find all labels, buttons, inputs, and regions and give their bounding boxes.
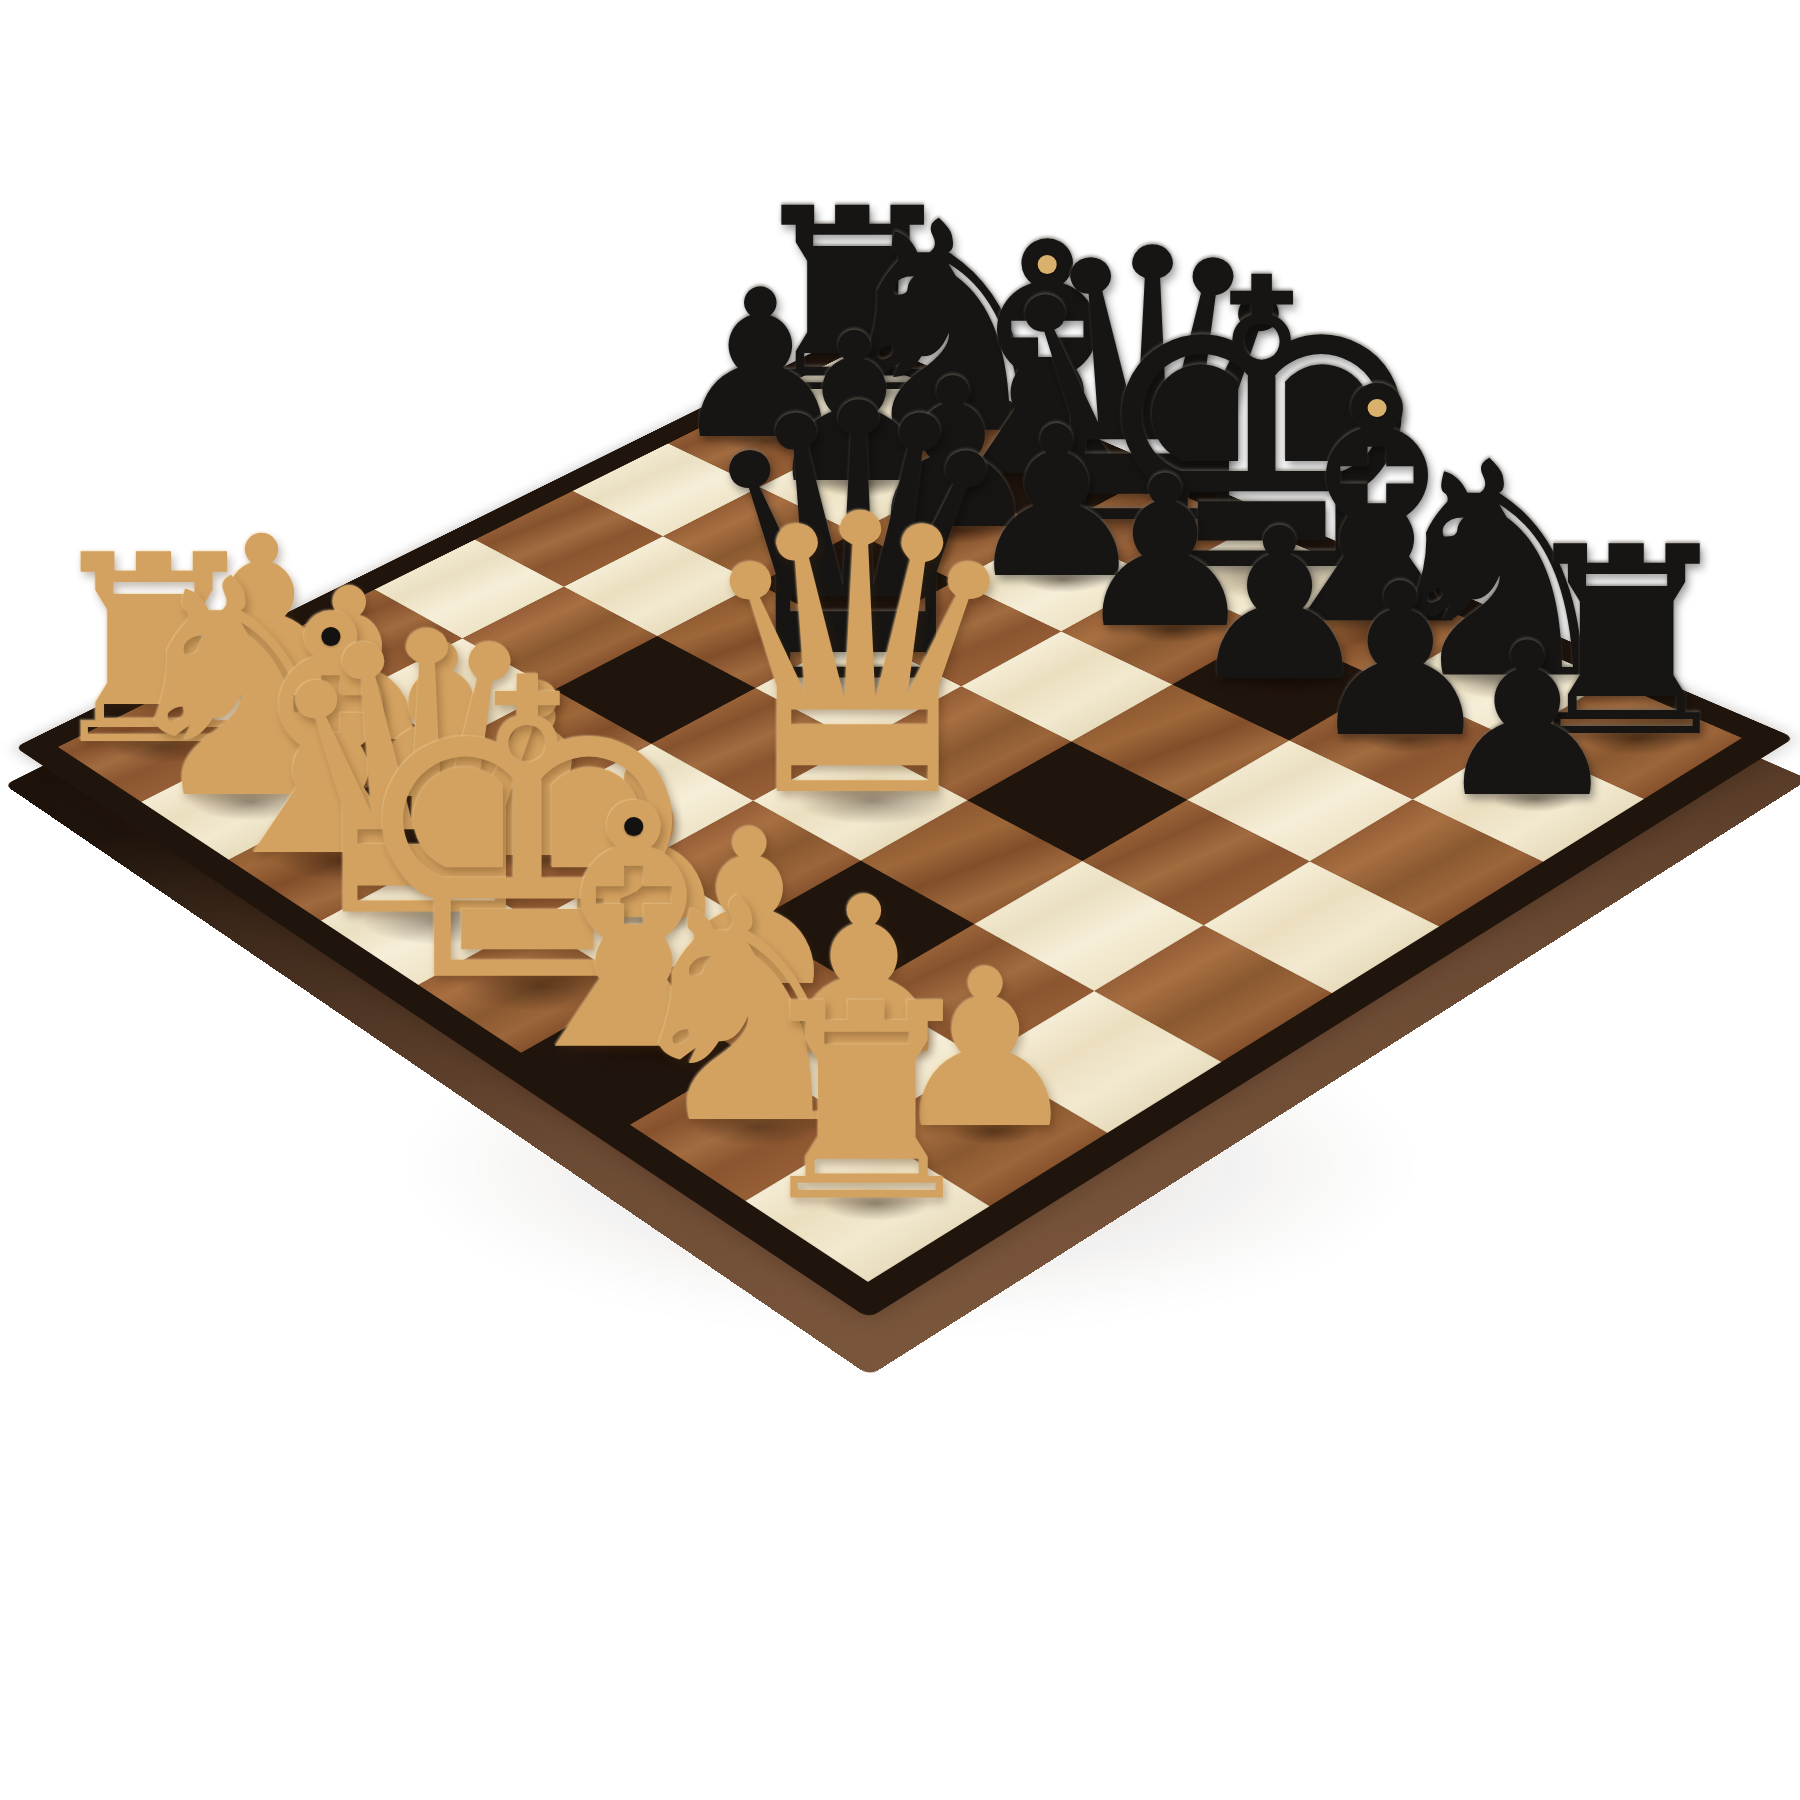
rook-glyph: ♜	[745, 968, 988, 1239]
pieces-layer: ♜♞♝♛♚♝♞♜♟♟♟♟♟♟♟♟♛♜♞♝♛♚♝♞♜♟♟♟♟♟♟♟♟♛	[0, 0, 1800, 1800]
pawn-glyph: ♟	[1433, 615, 1623, 827]
chess-set-photo: ♜♞♝♛♚♝♞♜♟♟♟♟♟♟♟♟♛♜♞♝♛♚♝♞♜♟♟♟♟♟♟♟♟♛	[0, 0, 1800, 1800]
white-rook-h1[interactable]: ♜	[867, 1204, 1110, 1475]
black-pawn-h7[interactable]: ♟	[1528, 799, 1718, 1011]
